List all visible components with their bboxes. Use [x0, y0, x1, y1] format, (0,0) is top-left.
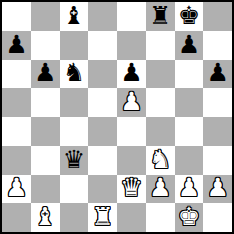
square-f1[interactable]: [146, 203, 175, 232]
square-c1[interactable]: [60, 203, 89, 232]
square-e3[interactable]: [117, 146, 146, 175]
piece-white-pawn-g2[interactable]: ♟: [178, 175, 200, 200]
piece-white-king-g1[interactable]: ♚: [178, 204, 200, 229]
square-c8[interactable]: ♝: [60, 2, 89, 31]
piece-black-pawn-g7[interactable]: ♟: [178, 32, 200, 57]
square-h8[interactable]: [203, 2, 232, 31]
square-b8[interactable]: [31, 2, 60, 31]
square-d6[interactable]: [88, 60, 117, 89]
square-e4[interactable]: [117, 117, 146, 146]
square-b4[interactable]: [31, 117, 60, 146]
square-g5[interactable]: [175, 88, 204, 117]
square-a6[interactable]: [2, 60, 31, 89]
piece-black-king-g8[interactable]: ♚: [178, 3, 200, 28]
square-e1[interactable]: [117, 203, 146, 232]
square-b5[interactable]: [31, 88, 60, 117]
square-g6[interactable]: [175, 60, 204, 89]
square-e5[interactable]: ♟: [117, 88, 146, 117]
chess-board: ♝♜♚♟♟♟♞♟♟♟♛♞♟♛♟♟♟♝♜♚: [0, 0, 234, 234]
square-d8[interactable]: [88, 2, 117, 31]
square-b3[interactable]: [31, 146, 60, 175]
square-h6[interactable]: ♟: [203, 60, 232, 89]
square-h1[interactable]: [203, 203, 232, 232]
piece-white-knight-f3[interactable]: ♞: [149, 147, 171, 172]
square-c7[interactable]: [60, 31, 89, 60]
square-f8[interactable]: ♜: [146, 2, 175, 31]
piece-white-pawn-a2[interactable]: ♟: [5, 175, 27, 200]
square-h2[interactable]: ♟: [203, 175, 232, 204]
square-c6[interactable]: ♞: [60, 60, 89, 89]
piece-white-rook-d1[interactable]: ♜: [91, 204, 113, 229]
square-f6[interactable]: [146, 60, 175, 89]
square-g8[interactable]: ♚: [175, 2, 204, 31]
square-a7[interactable]: ♟: [2, 31, 31, 60]
square-a1[interactable]: [2, 203, 31, 232]
square-h7[interactable]: [203, 31, 232, 60]
square-a5[interactable]: [2, 88, 31, 117]
square-g2[interactable]: ♟: [175, 175, 204, 204]
piece-black-bishop-c8[interactable]: ♝: [63, 3, 85, 28]
square-c2[interactable]: [60, 175, 89, 204]
square-g4[interactable]: [175, 117, 204, 146]
square-d7[interactable]: [88, 31, 117, 60]
square-g7[interactable]: ♟: [175, 31, 204, 60]
square-b6[interactable]: ♟: [31, 60, 60, 89]
square-e2[interactable]: ♛: [117, 175, 146, 204]
piece-black-pawn-b6[interactable]: ♟: [34, 60, 56, 85]
square-f4[interactable]: [146, 117, 175, 146]
piece-black-rook-f8[interactable]: ♜: [149, 3, 171, 28]
piece-white-pawn-f2[interactable]: ♟: [149, 175, 171, 200]
square-b1[interactable]: ♝: [31, 203, 60, 232]
square-a4[interactable]: [2, 117, 31, 146]
piece-white-pawn-h2[interactable]: ♟: [206, 175, 228, 200]
piece-white-pawn-e5[interactable]: ♟: [120, 89, 142, 114]
piece-white-queen-e2[interactable]: ♛: [120, 175, 142, 200]
square-h3[interactable]: [203, 146, 232, 175]
square-a3[interactable]: [2, 146, 31, 175]
piece-black-pawn-a7[interactable]: ♟: [5, 32, 27, 57]
square-a8[interactable]: [2, 2, 31, 31]
square-a2[interactable]: ♟: [2, 175, 31, 204]
square-d1[interactable]: ♜: [88, 203, 117, 232]
square-d2[interactable]: [88, 175, 117, 204]
square-f5[interactable]: [146, 88, 175, 117]
piece-black-pawn-e6[interactable]: ♟: [120, 60, 142, 85]
square-d3[interactable]: [88, 146, 117, 175]
square-h4[interactable]: [203, 117, 232, 146]
square-c5[interactable]: [60, 88, 89, 117]
square-b2[interactable]: [31, 175, 60, 204]
square-e8[interactable]: [117, 2, 146, 31]
square-h5[interactable]: [203, 88, 232, 117]
square-f3[interactable]: ♞: [146, 146, 175, 175]
piece-white-bishop-b1[interactable]: ♝: [34, 204, 56, 229]
square-e6[interactable]: ♟: [117, 60, 146, 89]
square-d4[interactable]: [88, 117, 117, 146]
square-f7[interactable]: [146, 31, 175, 60]
piece-black-knight-c6[interactable]: ♞: [63, 60, 85, 85]
square-g3[interactable]: [175, 146, 204, 175]
square-b7[interactable]: [31, 31, 60, 60]
square-g1[interactable]: ♚: [175, 203, 204, 232]
square-c3[interactable]: ♛: [60, 146, 89, 175]
piece-black-queen-c3[interactable]: ♛: [63, 147, 85, 172]
square-c4[interactable]: [60, 117, 89, 146]
square-f2[interactable]: ♟: [146, 175, 175, 204]
square-d5[interactable]: [88, 88, 117, 117]
square-e7[interactable]: [117, 31, 146, 60]
piece-black-pawn-h6[interactable]: ♟: [206, 60, 228, 85]
